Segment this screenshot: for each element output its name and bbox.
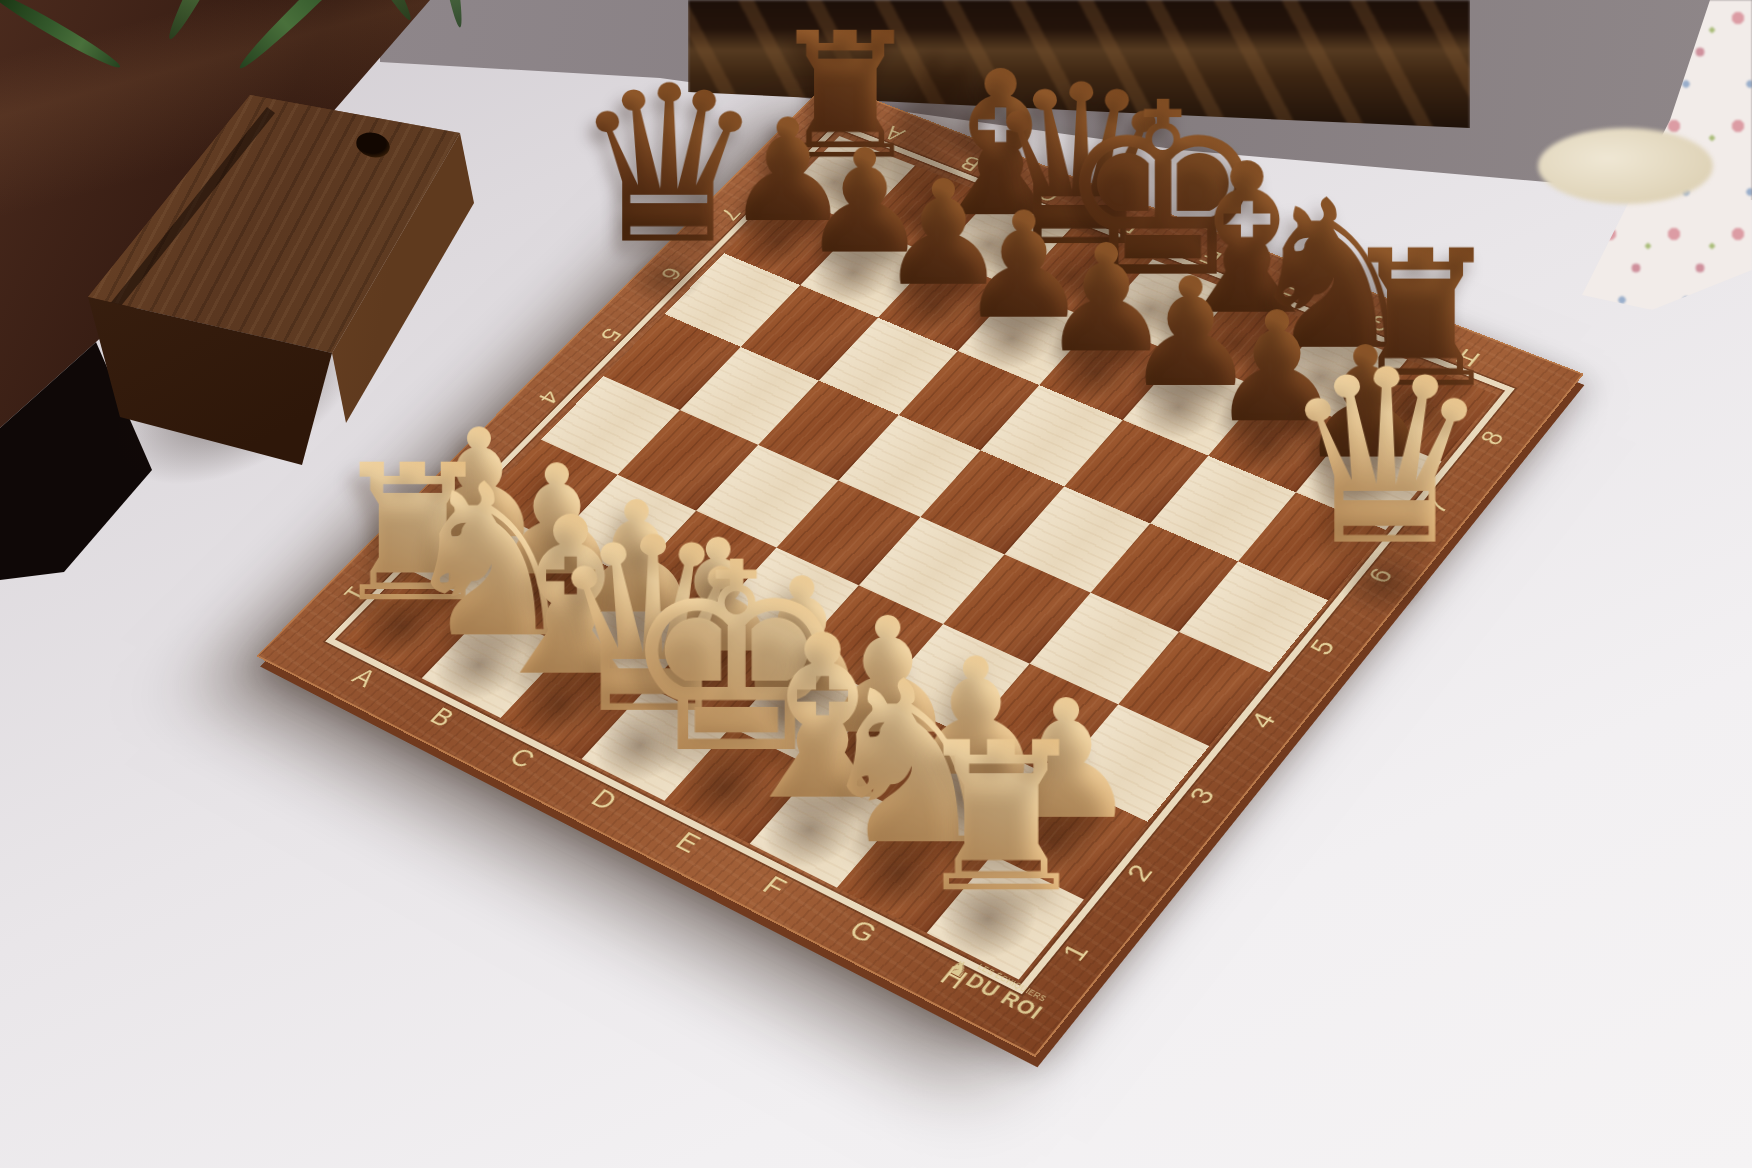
photo-stage: ♜♞♝♛♚♝♞♜♟♟♟♟♟♟♟♟♟♟♟♟♟♟♟♟♜♞♝♛♚♝♞♜ ABCDEFG…: [0, 0, 1752, 1168]
piece-white-rook: ♜: [837, 715, 1165, 921]
rank-label-left-5: 5: [594, 324, 628, 345]
board-scene: ♜♞♝♛♚♝♞♜♟♟♟♟♟♟♟♟♟♟♟♟♟♟♟♟♜♞♝♛♚♝♞♜ ABCDEFG…: [440, 35, 1400, 995]
cream-cushion: [1538, 128, 1713, 204]
chessboard: ♜♞♝♛♚♝♞♜♟♟♟♟♟♟♟♟♟♟♟♟♟♟♟♟♜♞♝♛♚♝♞♜ ABCDEFG…: [256, 82, 1584, 1057]
piece-white-spare-queen: ♛: [1231, 339, 1542, 579]
